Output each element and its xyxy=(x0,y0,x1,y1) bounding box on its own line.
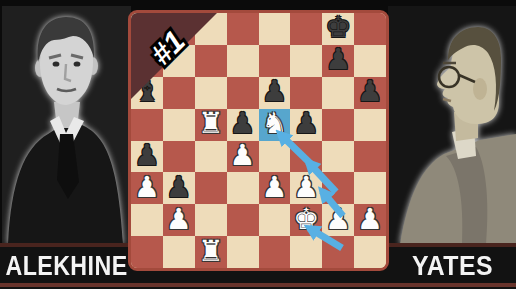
square-c4[interactable] xyxy=(195,141,227,173)
square-d4[interactable]: ♟ xyxy=(227,141,259,173)
piece-white-p-e3[interactable]: ♟ xyxy=(261,172,287,203)
square-d2[interactable] xyxy=(227,204,259,236)
square-e2[interactable] xyxy=(259,204,291,236)
square-b4[interactable] xyxy=(163,141,195,173)
piece-white-p-f3[interactable]: ♟ xyxy=(293,172,319,203)
board-grid: ♜♚♟♝♟♟♜♟♞♟♟♟♟♟♟♟♟♚♟♟♜ xyxy=(131,13,386,268)
square-e6[interactable]: ♟ xyxy=(259,77,291,109)
player-name-left: ALEKHINE xyxy=(9,247,123,285)
square-a6[interactable]: ♝ xyxy=(131,77,163,109)
square-g8[interactable]: ♚ xyxy=(322,13,354,45)
square-g4[interactable] xyxy=(322,141,354,173)
piece-black-p-g7[interactable]: ♟ xyxy=(325,44,351,75)
square-f4[interactable] xyxy=(290,141,322,173)
square-h3[interactable] xyxy=(354,172,386,204)
square-c2[interactable] xyxy=(195,204,227,236)
square-h8[interactable] xyxy=(354,13,386,45)
square-b2[interactable]: ♟ xyxy=(163,204,195,236)
square-h1[interactable] xyxy=(354,236,386,268)
square-a7[interactable] xyxy=(131,45,163,77)
square-a1[interactable] xyxy=(131,236,163,268)
square-g1[interactable] xyxy=(322,236,354,268)
piece-white-p-g2[interactable]: ♟ xyxy=(325,204,351,235)
square-e8[interactable] xyxy=(259,13,291,45)
square-f7[interactable] xyxy=(290,45,322,77)
piece-black-p-d5[interactable]: ♟ xyxy=(230,108,256,139)
piece-black-p-f5[interactable]: ♟ xyxy=(293,108,319,139)
square-b1[interactable] xyxy=(163,236,195,268)
piece-white-p-a3[interactable]: ♟ xyxy=(134,172,160,203)
square-a8[interactable]: ♜ xyxy=(131,13,163,45)
square-h6[interactable]: ♟ xyxy=(354,77,386,109)
square-a2[interactable] xyxy=(131,204,163,236)
square-g5[interactable] xyxy=(322,109,354,141)
player-name-right: YATES xyxy=(394,247,511,285)
piece-black-p-h6[interactable]: ♟ xyxy=(357,76,383,107)
square-e1[interactable] xyxy=(259,236,291,268)
square-g7[interactable]: ♟ xyxy=(322,45,354,77)
square-h7[interactable] xyxy=(354,45,386,77)
square-g6[interactable] xyxy=(322,77,354,109)
alekhine-portrait xyxy=(2,6,131,244)
square-h4[interactable] xyxy=(354,141,386,173)
square-g2[interactable]: ♟ xyxy=(322,204,354,236)
square-h5[interactable] xyxy=(354,109,386,141)
square-d8[interactable] xyxy=(227,13,259,45)
chess-board: ♜♚♟♝♟♟♜♟♞♟♟♟♟♟♟♟♟♚♟♟♜ #1 #1 xyxy=(128,10,389,271)
piece-white-p-h2[interactable]: ♟ xyxy=(357,204,383,235)
square-b3[interactable]: ♟ xyxy=(163,172,195,204)
square-g3[interactable] xyxy=(322,172,354,204)
piece-black-k-g8[interactable]: ♚ xyxy=(325,12,351,43)
piece-white-p-b2[interactable]: ♟ xyxy=(166,204,192,235)
piece-black-p-b3[interactable]: ♟ xyxy=(166,172,192,203)
square-b5[interactable] xyxy=(163,109,195,141)
square-a3[interactable]: ♟ xyxy=(131,172,163,204)
square-h2[interactable]: ♟ xyxy=(354,204,386,236)
square-d6[interactable] xyxy=(227,77,259,109)
yates-photo xyxy=(388,6,516,244)
square-f1[interactable] xyxy=(290,236,322,268)
square-c5[interactable]: ♜ xyxy=(195,109,227,141)
square-c3[interactable] xyxy=(195,172,227,204)
piece-black-r-a8[interactable]: ♜ xyxy=(134,12,160,43)
piece-black-p-a4[interactable]: ♟ xyxy=(134,140,160,171)
square-c6[interactable] xyxy=(195,77,227,109)
square-a5[interactable] xyxy=(131,109,163,141)
alekhine-photo xyxy=(2,6,131,244)
piece-black-p-e6[interactable]: ♟ xyxy=(261,76,287,107)
square-c7[interactable] xyxy=(195,45,227,77)
glasses-icon xyxy=(439,67,459,87)
piece-white-n-e5[interactable]: ♞ xyxy=(261,108,287,139)
square-e4[interactable] xyxy=(259,141,291,173)
square-d3[interactable] xyxy=(227,172,259,204)
square-d1[interactable] xyxy=(227,236,259,268)
square-e5[interactable]: ♞ xyxy=(259,109,291,141)
square-b8[interactable] xyxy=(163,13,195,45)
square-e7[interactable] xyxy=(259,45,291,77)
piece-white-p-d4[interactable]: ♟ xyxy=(230,140,256,171)
piece-white-r-c5[interactable]: ♜ xyxy=(198,108,224,139)
square-b7[interactable] xyxy=(163,45,195,77)
square-d5[interactable]: ♟ xyxy=(227,109,259,141)
square-e3[interactable]: ♟ xyxy=(259,172,291,204)
square-a4[interactable]: ♟ xyxy=(131,141,163,173)
piece-black-b-a6[interactable]: ♝ xyxy=(134,76,160,107)
square-f2[interactable]: ♚ xyxy=(290,204,322,236)
square-f6[interactable] xyxy=(290,77,322,109)
square-f3[interactable]: ♟ xyxy=(290,172,322,204)
piece-white-k-f2[interactable]: ♚ xyxy=(293,204,319,235)
square-d7[interactable] xyxy=(227,45,259,77)
square-f5[interactable]: ♟ xyxy=(290,109,322,141)
piece-white-r-c1[interactable]: ♜ xyxy=(198,236,224,267)
square-c1[interactable]: ♜ xyxy=(195,236,227,268)
square-c8[interactable] xyxy=(195,13,227,45)
thumbnail-canvas: ALEKHINE YATES ♜♚♟♝♟♟♜♟♞♟♟♟♟♟♟♟♟♚♟♟♜ #1 … xyxy=(0,0,516,289)
square-b6[interactable] xyxy=(163,77,195,109)
yates-portrait xyxy=(388,6,516,244)
square-f8[interactable] xyxy=(290,13,322,45)
